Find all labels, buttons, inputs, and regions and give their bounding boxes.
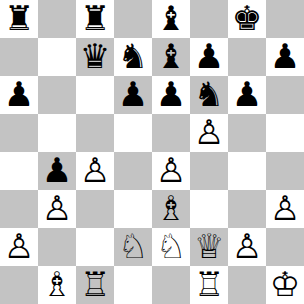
square-a5[interactable] xyxy=(0,114,38,152)
black-knight: ♞ xyxy=(194,75,224,113)
white-queen: ♕ xyxy=(194,227,224,265)
square-h1[interactable]: ♔ xyxy=(266,266,304,304)
square-e5[interactable] xyxy=(152,114,190,152)
square-d3[interactable] xyxy=(114,190,152,228)
square-g1[interactable] xyxy=(228,266,266,304)
square-b5[interactable] xyxy=(38,114,76,152)
white-knight: ♘ xyxy=(118,227,148,265)
square-g3[interactable] xyxy=(228,190,266,228)
white-rook: ♖ xyxy=(80,265,110,303)
white-bishop: ♗ xyxy=(156,189,186,227)
white-pawn: ♙ xyxy=(270,189,300,227)
square-h2[interactable] xyxy=(266,228,304,266)
square-e7[interactable]: ♝ xyxy=(152,38,190,76)
square-a2[interactable]: ♙ xyxy=(0,228,38,266)
square-f6[interactable]: ♞ xyxy=(190,76,228,114)
black-pawn: ♟ xyxy=(4,75,34,113)
square-c2[interactable] xyxy=(76,228,114,266)
square-a1[interactable] xyxy=(0,266,38,304)
square-a8[interactable]: ♜ xyxy=(0,0,38,38)
square-b1[interactable]: ♗ xyxy=(38,266,76,304)
black-pawn: ♟ xyxy=(232,75,262,113)
square-c3[interactable] xyxy=(76,190,114,228)
square-e3[interactable]: ♗ xyxy=(152,190,190,228)
square-e4[interactable]: ♙ xyxy=(152,152,190,190)
black-pawn: ♟ xyxy=(118,75,148,113)
square-g7[interactable] xyxy=(228,38,266,76)
white-rook: ♖ xyxy=(194,265,224,303)
black-bishop: ♝ xyxy=(156,37,186,75)
square-f4[interactable] xyxy=(190,152,228,190)
square-g8[interactable]: ♚ xyxy=(228,0,266,38)
square-e2[interactable]: ♘ xyxy=(152,228,190,266)
black-pawn: ♟ xyxy=(156,75,186,113)
square-b4[interactable]: ♟ xyxy=(38,152,76,190)
square-a4[interactable] xyxy=(0,152,38,190)
square-g5[interactable] xyxy=(228,114,266,152)
white-knight: ♘ xyxy=(156,227,186,265)
square-h4[interactable] xyxy=(266,152,304,190)
white-pawn: ♙ xyxy=(194,113,224,151)
square-c4[interactable]: ♙ xyxy=(76,152,114,190)
black-knight: ♞ xyxy=(118,37,148,75)
square-b7[interactable] xyxy=(38,38,76,76)
square-c7[interactable]: ♛ xyxy=(76,38,114,76)
square-e1[interactable] xyxy=(152,266,190,304)
white-pawn: ♙ xyxy=(156,151,186,189)
square-d7[interactable]: ♞ xyxy=(114,38,152,76)
square-d1[interactable] xyxy=(114,266,152,304)
square-f1[interactable]: ♖ xyxy=(190,266,228,304)
black-rook: ♜ xyxy=(80,0,110,37)
square-h3[interactable]: ♙ xyxy=(266,190,304,228)
white-pawn: ♙ xyxy=(232,227,262,265)
square-a6[interactable]: ♟ xyxy=(0,76,38,114)
square-g6[interactable]: ♟ xyxy=(228,76,266,114)
square-a7[interactable] xyxy=(0,38,38,76)
square-b6[interactable] xyxy=(38,76,76,114)
square-h8[interactable] xyxy=(266,0,304,38)
white-pawn: ♙ xyxy=(80,151,110,189)
square-d6[interactable]: ♟ xyxy=(114,76,152,114)
square-g2[interactable]: ♙ xyxy=(228,228,266,266)
square-f8[interactable] xyxy=(190,0,228,38)
black-pawn: ♟ xyxy=(42,151,72,189)
square-f2[interactable]: ♕ xyxy=(190,228,228,266)
square-d5[interactable] xyxy=(114,114,152,152)
square-g4[interactable] xyxy=(228,152,266,190)
black-pawn: ♟ xyxy=(270,37,300,75)
square-b2[interactable] xyxy=(38,228,76,266)
black-king: ♚ xyxy=(232,0,262,37)
square-f3[interactable] xyxy=(190,190,228,228)
square-b3[interactable]: ♙ xyxy=(38,190,76,228)
square-b8[interactable] xyxy=(38,0,76,38)
square-c6[interactable] xyxy=(76,76,114,114)
square-d8[interactable] xyxy=(114,0,152,38)
white-king: ♔ xyxy=(270,265,300,303)
white-pawn: ♙ xyxy=(42,189,72,227)
square-c8[interactable]: ♜ xyxy=(76,0,114,38)
square-h5[interactable] xyxy=(266,114,304,152)
square-e6[interactable]: ♟ xyxy=(152,76,190,114)
chess-board: ♜♜♝♚♛♞♝♟♟♟♟♟♞♟♙♟♙♙♙♗♙♙♘♘♕♙♗♖♖♔ xyxy=(0,0,304,304)
white-pawn: ♙ xyxy=(4,227,34,265)
black-queen: ♛ xyxy=(80,37,110,75)
square-e8[interactable]: ♝ xyxy=(152,0,190,38)
square-f5[interactable]: ♙ xyxy=(190,114,228,152)
black-bishop: ♝ xyxy=(156,0,186,37)
square-c5[interactable] xyxy=(76,114,114,152)
square-d2[interactable]: ♘ xyxy=(114,228,152,266)
square-a3[interactable] xyxy=(0,190,38,228)
square-h6[interactable] xyxy=(266,76,304,114)
square-f7[interactable]: ♟ xyxy=(190,38,228,76)
white-bishop: ♗ xyxy=(42,265,72,303)
square-h7[interactable]: ♟ xyxy=(266,38,304,76)
black-pawn: ♟ xyxy=(194,37,224,75)
square-d4[interactable] xyxy=(114,152,152,190)
square-c1[interactable]: ♖ xyxy=(76,266,114,304)
black-rook: ♜ xyxy=(4,0,34,37)
